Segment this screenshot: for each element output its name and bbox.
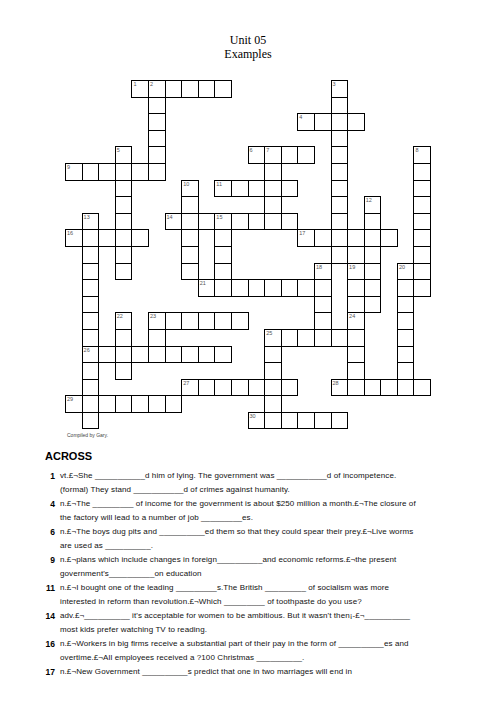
grid-cell[interactable] [331, 130, 349, 148]
grid-cell[interactable] [413, 263, 431, 281]
empty-space [166, 280, 183, 297]
grid-cell[interactable] [214, 379, 232, 397]
empty-space [398, 247, 415, 264]
grid-cell[interactable] [331, 146, 349, 164]
cell-clue-number: 28 [333, 380, 339, 387]
grid-cell[interactable] [115, 395, 133, 413]
grid-cell[interactable] [82, 395, 100, 413]
clue-number: 1 [38, 469, 55, 497]
empty-space [298, 214, 315, 231]
grid-cell[interactable]: 4 [297, 113, 315, 131]
empty-space [232, 147, 249, 164]
grid-cell[interactable] [397, 362, 415, 380]
empty-space [381, 214, 398, 231]
empty-space [132, 131, 149, 148]
empty-space [265, 114, 282, 131]
grid-cell[interactable] [281, 180, 299, 198]
empty-space [282, 164, 299, 181]
empty-space [249, 131, 266, 148]
grid-cell[interactable]: 20 [397, 263, 415, 281]
cell-clue-number: 22 [117, 313, 123, 320]
empty-space [232, 81, 249, 98]
empty-space [414, 330, 431, 347]
grid-cell[interactable] [148, 163, 166, 181]
grid-cell[interactable] [82, 412, 100, 430]
grid-cell[interactable] [181, 213, 199, 231]
empty-space [149, 380, 166, 397]
empty-space [66, 247, 83, 264]
grid-cell[interactable] [331, 97, 349, 115]
grid-cell[interactable] [397, 379, 415, 397]
grid-cell[interactable] [98, 395, 116, 413]
grid-cell[interactable] [331, 329, 349, 347]
grid-cell[interactable] [214, 346, 232, 364]
empty-space [149, 280, 166, 297]
grid-cell[interactable]: 7 [264, 146, 282, 164]
clue-4: 4 n.£¬The _________ of income for the go… [38, 497, 483, 525]
clue-number: 16 [38, 637, 55, 665]
clue-text-line: n.£¬The boys dug pits and __________ed t… [60, 525, 413, 539]
empty-space [116, 380, 133, 397]
grid-cell[interactable] [198, 346, 216, 364]
grid-cell[interactable] [231, 279, 249, 297]
grid-cell[interactable] [214, 80, 232, 98]
empty-space [215, 197, 232, 214]
empty-space [232, 396, 249, 413]
grid-cell[interactable]: 13 [82, 213, 100, 231]
grid-cell[interactable] [264, 180, 282, 198]
empty-space [315, 363, 332, 380]
empty-space [215, 363, 232, 380]
grid-cell[interactable] [198, 213, 216, 231]
grid-cell[interactable] [198, 80, 216, 98]
cell-clue-number: 4 [299, 114, 302, 121]
empty-space [348, 98, 365, 115]
grid-cell[interactable] [347, 346, 365, 364]
empty-space [381, 396, 398, 413]
grid-cell[interactable] [264, 213, 282, 231]
empty-space [66, 380, 83, 397]
grid-cell[interactable] [148, 395, 166, 413]
empty-space [365, 330, 382, 347]
empty-space [132, 264, 149, 281]
grid-cell[interactable] [82, 246, 100, 264]
empty-space [265, 98, 282, 115]
grid-cell[interactable]: 15 [214, 213, 232, 231]
grid-cell[interactable] [82, 379, 100, 397]
grid-cell[interactable] [331, 412, 349, 430]
empty-space [232, 98, 249, 115]
grid-cell[interactable] [314, 296, 332, 314]
empty-space [99, 264, 116, 281]
grid-cell[interactable] [314, 412, 332, 430]
grid-cell[interactable] [165, 395, 183, 413]
grid-cell[interactable] [181, 80, 199, 98]
empty-space [315, 214, 332, 231]
grid-cell[interactable] [82, 329, 100, 347]
grid-cell[interactable] [98, 229, 116, 247]
empty-space [149, 214, 166, 231]
empty-space [365, 98, 382, 115]
empty-space [99, 81, 116, 98]
grid-cell[interactable] [148, 329, 166, 347]
grid-cell[interactable] [281, 213, 299, 231]
grid-cell[interactable] [198, 379, 216, 397]
grid-cell[interactable] [347, 229, 365, 247]
grid-cell[interactable] [297, 412, 315, 430]
grid-cell[interactable]: 25 [264, 329, 282, 347]
cell-clue-number: 12 [366, 197, 372, 204]
empty-space [265, 81, 282, 98]
empty-space [249, 230, 266, 247]
grid-cell[interactable]: 22 [115, 312, 133, 330]
grid-cell[interactable]: 19 [347, 263, 365, 281]
grid-cell[interactable] [214, 312, 232, 330]
grid-cell[interactable] [281, 379, 299, 397]
grid-cell[interactable] [131, 229, 149, 247]
empty-space [249, 347, 266, 364]
empty-space [282, 247, 299, 264]
grid-cell[interactable] [297, 146, 315, 164]
grid-cell[interactable] [214, 263, 232, 281]
empty-space [166, 380, 183, 397]
clue-17: 17 n.£¬New Government __________s predic… [38, 665, 483, 679]
empty-space [365, 413, 382, 430]
grid-cell[interactable] [347, 379, 365, 397]
grid-cell[interactable]: 1 [131, 80, 149, 98]
grid-cell[interactable]: 8 [413, 146, 431, 164]
grid-cell[interactable] [364, 213, 382, 231]
empty-space [166, 147, 183, 164]
empty-space [232, 363, 249, 380]
empty-space [149, 197, 166, 214]
grid-cell[interactable] [148, 146, 166, 164]
grid-cell[interactable] [82, 263, 100, 281]
grid-cell[interactable]: 17 [297, 229, 315, 247]
grid-cell[interactable] [181, 196, 199, 214]
empty-space [249, 114, 266, 131]
grid-cell[interactable] [347, 113, 365, 131]
empty-space [282, 98, 299, 115]
grid-cell[interactable] [115, 229, 133, 247]
grid-cell[interactable] [331, 196, 349, 214]
empty-space [298, 347, 315, 364]
grid-cell[interactable] [364, 279, 382, 297]
grid-cell[interactable] [297, 279, 315, 297]
empty-space [83, 181, 100, 198]
clue-text-line: n.£¬New Government __________s predict t… [60, 665, 352, 679]
empty-space [166, 114, 183, 131]
crossword-grid: 1234567891011121314151617181920212223242… [66, 81, 431, 429]
grid-cell[interactable]: 14 [165, 213, 183, 231]
grid-cell[interactable] [148, 130, 166, 148]
grid-cell[interactable] [331, 180, 349, 198]
grid-cell[interactable] [331, 213, 349, 231]
grid-cell[interactable] [331, 229, 349, 247]
grid-cell[interactable] [264, 279, 282, 297]
grid-cell[interactable]: 2 [148, 80, 166, 98]
empty-space [166, 264, 183, 281]
grid-cell[interactable] [314, 329, 332, 347]
clue-number: 11 [38, 581, 55, 609]
clue-1: 1 vt.£¬She ___________d him of lying. Th… [38, 469, 483, 497]
grid-cell[interactable] [331, 163, 349, 181]
empty-space [381, 264, 398, 281]
grid-cell[interactable] [281, 412, 299, 430]
grid-cell[interactable] [413, 180, 431, 198]
grid-cell[interactable] [165, 80, 183, 98]
grid-cell[interactable] [364, 379, 382, 397]
empty-space [282, 230, 299, 247]
grid-cell[interactable] [131, 163, 149, 181]
grid-cell[interactable] [347, 296, 365, 314]
grid-cell[interactable] [148, 97, 166, 115]
grid-cell[interactable] [314, 113, 332, 131]
empty-space [381, 297, 398, 314]
grid-cell[interactable] [264, 362, 282, 380]
grid-cell[interactable] [347, 329, 365, 347]
empty-space [381, 313, 398, 330]
grid-cell[interactable] [115, 329, 133, 347]
empty-space [232, 230, 249, 247]
grid-cell[interactable] [115, 263, 133, 281]
empty-space [182, 413, 199, 430]
grid-cell[interactable] [181, 229, 199, 247]
grid-cell[interactable] [281, 146, 299, 164]
empty-space [99, 380, 116, 397]
grid-cell[interactable] [98, 163, 116, 181]
grid-cell[interactable] [413, 279, 431, 297]
clue-text-line: are used as __________. [60, 539, 413, 553]
empty-space [199, 114, 216, 131]
grid-cell[interactable] [264, 196, 282, 214]
cell-clue-number: 19 [349, 264, 355, 271]
grid-cell[interactable] [264, 412, 282, 430]
grid-cell[interactable] [331, 246, 349, 264]
grid-cell[interactable] [314, 312, 332, 330]
empty-space [414, 396, 431, 413]
grid-cell[interactable] [82, 163, 100, 181]
empty-space [249, 396, 266, 413]
grid-cell[interactable] [131, 346, 149, 364]
empty-space [99, 214, 116, 231]
empty-space [83, 98, 100, 115]
grid-cell[interactable]: 29 [65, 395, 83, 413]
clue-text-line: vt.£¬She ___________d him of lying. The … [60, 469, 396, 483]
grid-cell[interactable] [364, 296, 382, 314]
empty-space [99, 313, 116, 330]
clue-text-line: n.£¬Workers in big firms receive a subst… [60, 637, 409, 651]
grid-cell[interactable] [148, 113, 166, 131]
clue-16: 16 n.£¬Workers in big firms receive a su… [38, 637, 483, 665]
empty-space [298, 131, 315, 148]
empty-space [99, 131, 116, 148]
empty-space [365, 164, 382, 181]
grid-cell[interactable]: 30 [248, 412, 266, 430]
grid-cell[interactable] [214, 229, 232, 247]
grid-cell[interactable] [413, 163, 431, 181]
grid-cell[interactable] [82, 296, 100, 314]
empty-space [66, 98, 83, 115]
empty-space [298, 313, 315, 330]
page-title: Unit 05 Examples [0, 33, 496, 61]
grid-cell[interactable] [413, 196, 431, 214]
empty-space [132, 114, 149, 131]
grid-cell[interactable] [198, 312, 216, 330]
empty-space [249, 81, 266, 98]
grid-cell[interactable] [115, 246, 133, 264]
grid-cell[interactable]: 28 [331, 379, 349, 397]
grid-cell[interactable]: 10 [181, 180, 199, 198]
grid-cell[interactable]: 27 [181, 379, 199, 397]
grid-cell[interactable] [248, 180, 266, 198]
empty-space [199, 147, 216, 164]
empty-space [298, 81, 315, 98]
grid-cell[interactable] [82, 229, 100, 247]
grid-cell[interactable] [148, 346, 166, 364]
grid-cell[interactable] [264, 346, 282, 364]
grid-cell[interactable] [397, 296, 415, 314]
empty-space [166, 247, 183, 264]
cell-clue-number: 30 [250, 413, 256, 420]
grid-cell[interactable] [181, 263, 199, 281]
grid-cell[interactable] [281, 279, 299, 297]
empty-space [166, 363, 183, 380]
empty-space [66, 280, 83, 297]
grid-cell[interactable] [115, 362, 133, 380]
grid-cell[interactable] [248, 279, 266, 297]
empty-space [149, 264, 166, 281]
empty-space [381, 363, 398, 380]
empty-space [116, 297, 133, 314]
empty-space [132, 297, 149, 314]
grid-cell[interactable] [413, 379, 431, 397]
grid-cell[interactable] [314, 229, 332, 247]
grid-cell[interactable] [165, 346, 183, 364]
empty-space [414, 114, 431, 131]
empty-space [116, 98, 133, 115]
cell-clue-number: 14 [167, 214, 173, 221]
grid-cell[interactable]: 24 [347, 312, 365, 330]
grid-cell[interactable] [364, 246, 382, 264]
grid-cell[interactable] [397, 312, 415, 330]
grid-cell[interactable] [380, 229, 398, 247]
grid-cell[interactable] [165, 312, 183, 330]
grid-cell[interactable]: 26 [82, 346, 100, 364]
empty-space [132, 280, 149, 297]
grid-cell[interactable] [214, 279, 232, 297]
grid-cell[interactable] [413, 229, 431, 247]
grid-cell[interactable] [214, 246, 232, 264]
grid-cell[interactable] [231, 213, 249, 231]
empty-space [398, 197, 415, 214]
grid-cell[interactable] [98, 346, 116, 364]
cell-clue-number: 25 [266, 330, 272, 337]
empty-space [398, 81, 415, 98]
empty-space [149, 181, 166, 198]
grid-cell[interactable] [264, 379, 282, 397]
grid-cell[interactable] [82, 362, 100, 380]
grid-cell[interactable]: 11 [214, 180, 232, 198]
cell-clue-number: 18 [316, 264, 322, 271]
grid-cell[interactable] [115, 196, 133, 214]
grid-cell[interactable] [181, 246, 199, 264]
grid-cell[interactable]: 21 [198, 279, 216, 297]
grid-cell[interactable]: 3 [331, 80, 349, 98]
grid-cell[interactable]: 12 [364, 196, 382, 214]
empty-space [332, 347, 349, 364]
empty-space [199, 396, 216, 413]
grid-cell[interactable]: 9 [65, 163, 83, 181]
empty-space [66, 347, 83, 364]
empty-space [249, 330, 266, 347]
empty-space [166, 197, 183, 214]
grid-cell[interactable] [181, 346, 199, 364]
empty-space [215, 147, 232, 164]
grid-cell[interactable] [248, 213, 266, 231]
grid-cell[interactable] [231, 379, 249, 397]
grid-cell[interactable] [264, 163, 282, 181]
grid-cell[interactable] [248, 379, 266, 397]
grid-cell[interactable] [115, 163, 133, 181]
grid-cell[interactable] [397, 279, 415, 297]
grid-cell[interactable] [231, 312, 249, 330]
empty-space [282, 363, 299, 380]
grid-cell[interactable] [131, 395, 149, 413]
title-line-1: Unit 05 [0, 33, 496, 47]
empty-space [116, 114, 133, 131]
cell-clue-number: 24 [349, 313, 355, 320]
empty-space [66, 131, 83, 148]
empty-space [215, 164, 232, 181]
empty-space [282, 313, 299, 330]
grid-cell[interactable] [314, 279, 332, 297]
clue-11: 11 n.£¬I bought one of the leading _____… [38, 581, 483, 609]
grid-cell[interactable] [115, 213, 133, 231]
grid-cell[interactable]: 6 [248, 146, 266, 164]
grid-cell[interactable] [347, 362, 365, 380]
grid-cell[interactable] [297, 329, 315, 347]
grid-cell[interactable]: 5 [115, 146, 133, 164]
grid-cell[interactable] [364, 229, 382, 247]
empty-space [265, 297, 282, 314]
empty-space [99, 297, 116, 314]
empty-space [249, 197, 266, 214]
grid-cell[interactable] [413, 213, 431, 231]
grid-cell[interactable] [264, 395, 282, 413]
grid-cell[interactable] [413, 246, 431, 264]
grid-cell[interactable] [380, 379, 398, 397]
grid-cell[interactable] [82, 312, 100, 330]
grid-cell[interactable]: 23 [148, 312, 166, 330]
grid-cell[interactable]: 16 [65, 229, 83, 247]
grid-cell[interactable] [347, 279, 365, 297]
grid-cell[interactable] [281, 329, 299, 347]
grid-cell[interactable] [82, 279, 100, 297]
grid-cell[interactable] [181, 312, 199, 330]
grid-cell[interactable] [364, 263, 382, 281]
empty-space [298, 164, 315, 181]
grid-cell[interactable] [331, 113, 349, 131]
grid-cell[interactable] [115, 346, 133, 364]
grid-cell[interactable]: 18 [314, 263, 332, 281]
grid-cell[interactable] [231, 180, 249, 198]
cell-clue-number: 2 [150, 81, 153, 88]
grid-cell[interactable] [397, 329, 415, 347]
empty-space [166, 413, 183, 430]
grid-cell[interactable] [397, 346, 415, 364]
grid-cell[interactable] [115, 180, 133, 198]
